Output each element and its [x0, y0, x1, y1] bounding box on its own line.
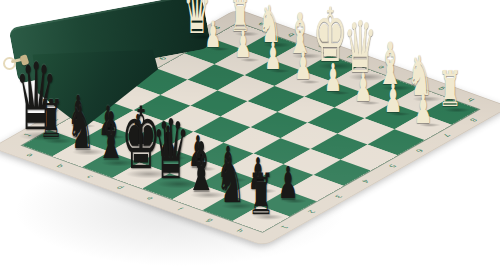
- chess-set-product-photo: abcdefgh abcdefgh 87654321 87654321 ♜♞♝♚…: [0, 0, 500, 270]
- zipper-slider: [20, 54, 30, 66]
- zipper-pull-loop-icon: [3, 57, 16, 70]
- zipper-cord: [11, 58, 23, 63]
